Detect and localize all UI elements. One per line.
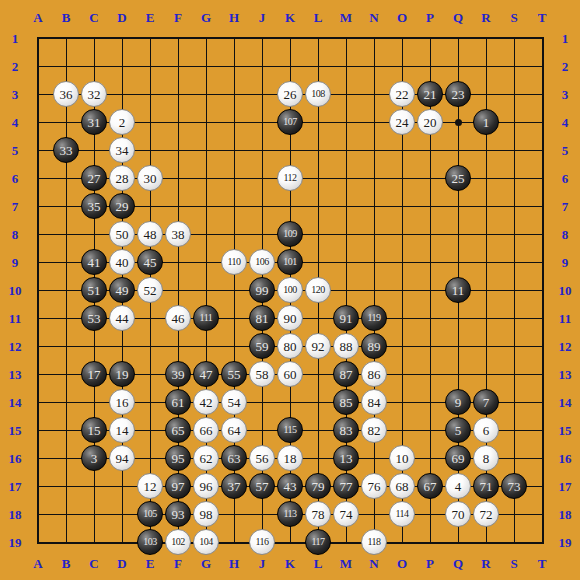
col-label: H	[229, 11, 239, 24]
stone-white: 2	[109, 109, 135, 135]
row-label: 17	[9, 480, 22, 493]
row-label: 7	[12, 200, 19, 213]
row-label: 18	[9, 508, 22, 521]
stone-black: 71	[473, 473, 499, 499]
stone-white: 4	[445, 473, 471, 499]
col-label: B	[62, 11, 71, 24]
stone-white: 8	[473, 445, 499, 471]
stone-white: 56	[249, 445, 275, 471]
col-label: Q	[453, 557, 463, 570]
star-point	[455, 119, 462, 126]
stone-black: 7	[473, 389, 499, 415]
row-label: 16	[559, 452, 572, 465]
stone-black: 99	[249, 277, 275, 303]
stone-white: 28	[109, 165, 135, 191]
stone-white: 88	[333, 333, 359, 359]
col-label: C	[89, 557, 98, 570]
stone-black: 11	[445, 277, 471, 303]
col-label: L	[314, 11, 323, 24]
stone-black: 83	[333, 417, 359, 443]
row-label: 19	[559, 536, 572, 549]
stone-black: 47	[193, 361, 219, 387]
row-label: 12	[559, 340, 572, 353]
stone-white: 12	[137, 473, 163, 499]
row-label: 1	[562, 32, 569, 45]
stone-black: 33	[53, 137, 79, 163]
col-label: E	[146, 557, 155, 570]
stone-white: 6	[473, 417, 499, 443]
stone-black: 41	[81, 249, 107, 275]
stone-black: 37	[221, 473, 247, 499]
row-label: 6	[562, 172, 569, 185]
stone-white: 18	[277, 445, 303, 471]
stone-white: 100	[277, 277, 303, 303]
stone-black: 5	[445, 417, 471, 443]
col-label: K	[285, 11, 295, 24]
stone-white: 72	[473, 501, 499, 527]
stone-white: 80	[277, 333, 303, 359]
stone-white: 94	[109, 445, 135, 471]
stone-black: 73	[501, 473, 527, 499]
row-label: 6	[12, 172, 19, 185]
stone-black: 65	[165, 417, 191, 443]
stone-white: 66	[193, 417, 219, 443]
stone-black: 113	[277, 501, 303, 527]
col-label: F	[174, 11, 182, 24]
stone-white: 86	[361, 361, 387, 387]
stone-black: 15	[81, 417, 107, 443]
col-label: E	[146, 11, 155, 24]
stone-black: 115	[277, 417, 303, 443]
stone-black: 89	[361, 333, 387, 359]
stone-white: 58	[249, 361, 275, 387]
stone-black: 39	[165, 361, 191, 387]
stone-black: 79	[305, 473, 331, 499]
col-label: P	[426, 557, 434, 570]
col-label: S	[510, 11, 517, 24]
stone-black: 35	[81, 193, 107, 219]
col-label: O	[397, 11, 407, 24]
row-label: 11	[9, 312, 21, 325]
col-label: L	[314, 557, 323, 570]
stone-white: 114	[389, 501, 415, 527]
stone-black: 57	[249, 473, 275, 499]
stone-white: 42	[193, 389, 219, 415]
stone-white: 38	[165, 221, 191, 247]
col-label: A	[33, 557, 42, 570]
row-label: 12	[9, 340, 22, 353]
stone-black: 101	[277, 249, 303, 275]
row-label: 4	[562, 116, 569, 129]
row-label: 4	[12, 116, 19, 129]
stone-white: 104	[193, 529, 219, 555]
stone-black: 111	[193, 305, 219, 331]
stone-black: 19	[109, 361, 135, 387]
col-label: S	[510, 557, 517, 570]
stone-black: 21	[417, 81, 443, 107]
stone-black: 77	[333, 473, 359, 499]
stone-white: 96	[193, 473, 219, 499]
stone-black: 53	[81, 305, 107, 331]
row-label: 14	[559, 396, 572, 409]
stone-black: 93	[165, 501, 191, 527]
stone-white: 20	[417, 109, 443, 135]
row-label: 15	[9, 424, 22, 437]
col-label: O	[397, 557, 407, 570]
row-label: 13	[559, 368, 572, 381]
goban[interactable]: AABBCCDDEEFFGGHHJJKKLLMMNNOOPPQQRRSSTT11…	[0, 0, 580, 580]
stone-black: 107	[277, 109, 303, 135]
stone-black: 27	[81, 165, 107, 191]
col-label: G	[201, 557, 211, 570]
stone-white: 36	[53, 81, 79, 107]
row-label: 9	[12, 256, 19, 269]
stone-black: 49	[109, 277, 135, 303]
row-label: 19	[9, 536, 22, 549]
row-label: 2	[562, 60, 569, 73]
stone-black: 59	[249, 333, 275, 359]
col-label: P	[426, 11, 434, 24]
stone-white: 108	[305, 81, 331, 107]
col-label: N	[369, 11, 378, 24]
stone-black: 43	[277, 473, 303, 499]
stone-black: 3	[81, 445, 107, 471]
stone-white: 54	[221, 389, 247, 415]
stone-white: 44	[109, 305, 135, 331]
stone-black: 95	[165, 445, 191, 471]
stone-black: 23	[445, 81, 471, 107]
stone-black: 109	[277, 221, 303, 247]
row-label: 3	[562, 88, 569, 101]
stone-white: 32	[81, 81, 107, 107]
stone-black: 81	[249, 305, 275, 331]
row-label: 11	[559, 312, 571, 325]
stone-white: 22	[389, 81, 415, 107]
row-label: 8	[12, 228, 19, 241]
stone-white: 74	[333, 501, 359, 527]
row-label: 17	[559, 480, 572, 493]
row-label: 13	[9, 368, 22, 381]
stone-white: 106	[249, 249, 275, 275]
stone-white: 30	[137, 165, 163, 191]
col-label: A	[33, 11, 42, 24]
stone-white: 102	[165, 529, 191, 555]
stone-white: 60	[277, 361, 303, 387]
col-label: D	[117, 11, 126, 24]
stone-black: 105	[137, 501, 163, 527]
row-label: 18	[559, 508, 572, 521]
stone-white: 46	[165, 305, 191, 331]
row-label: 3	[12, 88, 19, 101]
col-label: J	[259, 557, 266, 570]
col-label: M	[340, 11, 352, 24]
stone-white: 50	[109, 221, 135, 247]
stone-black: 97	[165, 473, 191, 499]
stone-white: 34	[109, 137, 135, 163]
stone-white: 110	[221, 249, 247, 275]
stone-white: 52	[137, 277, 163, 303]
col-label: D	[117, 557, 126, 570]
col-label: Q	[453, 11, 463, 24]
stone-white: 120	[305, 277, 331, 303]
row-label: 5	[562, 144, 569, 157]
stone-white: 64	[221, 417, 247, 443]
stone-white: 112	[277, 165, 303, 191]
stone-black: 17	[81, 361, 107, 387]
stone-white: 24	[389, 109, 415, 135]
stone-black: 91	[333, 305, 359, 331]
col-label: B	[62, 557, 71, 570]
col-label: T	[538, 557, 547, 570]
col-label: T	[538, 11, 547, 24]
stone-white: 76	[361, 473, 387, 499]
row-label: 15	[559, 424, 572, 437]
stone-black: 1	[473, 109, 499, 135]
stone-white: 14	[109, 417, 135, 443]
stone-white: 118	[361, 529, 387, 555]
stone-white: 40	[109, 249, 135, 275]
row-label: 1	[12, 32, 19, 45]
row-label: 9	[562, 256, 569, 269]
stone-white: 92	[305, 333, 331, 359]
go-kifu-diagram: AABBCCDDEEFFGGHHJJKKLLMMNNOOPPQQRRSSTT11…	[0, 0, 580, 580]
col-label: K	[285, 557, 295, 570]
row-label: 14	[9, 396, 22, 409]
row-label: 10	[9, 284, 22, 297]
stone-black: 63	[221, 445, 247, 471]
stone-white: 70	[445, 501, 471, 527]
col-label: J	[259, 11, 266, 24]
stone-white: 82	[361, 417, 387, 443]
stone-white: 68	[389, 473, 415, 499]
stone-black: 51	[81, 277, 107, 303]
stone-black: 29	[109, 193, 135, 219]
col-label: N	[369, 557, 378, 570]
col-label: F	[174, 557, 182, 570]
stone-black: 119	[361, 305, 387, 331]
stone-black: 55	[221, 361, 247, 387]
row-label: 7	[562, 200, 569, 213]
row-label: 5	[12, 144, 19, 157]
col-label: M	[340, 557, 352, 570]
stone-white: 116	[249, 529, 275, 555]
stone-black: 67	[417, 473, 443, 499]
stone-white: 78	[305, 501, 331, 527]
stone-white: 62	[193, 445, 219, 471]
stone-white: 26	[277, 81, 303, 107]
stone-white: 16	[109, 389, 135, 415]
stone-black: 69	[445, 445, 471, 471]
stone-black: 103	[137, 529, 163, 555]
stone-white: 48	[137, 221, 163, 247]
row-label: 16	[9, 452, 22, 465]
stone-black: 31	[81, 109, 107, 135]
stone-black: 45	[137, 249, 163, 275]
col-label: C	[89, 11, 98, 24]
stone-white: 90	[277, 305, 303, 331]
row-label: 2	[12, 60, 19, 73]
col-label: H	[229, 557, 239, 570]
stone-black: 87	[333, 361, 359, 387]
row-label: 8	[562, 228, 569, 241]
col-label: R	[481, 11, 490, 24]
stone-black: 117	[305, 529, 331, 555]
stone-white: 98	[193, 501, 219, 527]
row-label: 10	[559, 284, 572, 297]
col-label: R	[481, 557, 490, 570]
stone-white: 10	[389, 445, 415, 471]
stone-black: 9	[445, 389, 471, 415]
col-label: G	[201, 11, 211, 24]
stone-black: 13	[333, 445, 359, 471]
stone-black: 85	[333, 389, 359, 415]
stone-black: 25	[445, 165, 471, 191]
stone-white: 84	[361, 389, 387, 415]
stone-black: 61	[165, 389, 191, 415]
